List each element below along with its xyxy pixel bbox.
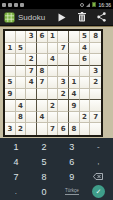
- cell-r7c6[interactable]: [58, 100, 69, 112]
- cell-r3c7[interactable]: [69, 54, 80, 66]
- cell-r5c1[interactable]: 5: [5, 77, 16, 89]
- cell-r6c8[interactable]: [80, 89, 91, 101]
- cell-r4c3[interactable]: 7: [26, 66, 37, 78]
- cell-r2c3[interactable]: [26, 43, 37, 55]
- enter-key[interactable]: ✓: [86, 184, 111, 199]
- cell-r7c5[interactable]: 2: [48, 100, 59, 112]
- cell-r8c4[interactable]: 4: [37, 112, 48, 124]
- cell-r8c6[interactable]: [58, 112, 69, 124]
- signal-icon: [86, 3, 90, 7]
- notification-icons: [2, 3, 24, 7]
- cell-r5c5[interactable]: [48, 77, 59, 89]
- cell-r2c5[interactable]: [48, 43, 59, 55]
- notification-icon-4: [20, 3, 24, 7]
- cell-r2c2[interactable]: 5: [16, 43, 27, 55]
- share-button[interactable]: [96, 12, 107, 23]
- space-language-key[interactable]: Türkçe: [58, 184, 86, 199]
- cell-r1c1[interactable]: [5, 31, 16, 43]
- cell-r9c6[interactable]: 6: [58, 123, 69, 135]
- cell-r1c3[interactable]: 3: [26, 31, 37, 43]
- key-5[interactable]: 5: [30, 154, 58, 169]
- cell-r7c9[interactable]: [90, 100, 101, 112]
- key-0[interactable]: 0: [30, 184, 58, 199]
- cell-r6c5[interactable]: [48, 89, 59, 101]
- key-7[interactable]: 7: [2, 169, 30, 184]
- key-symbol-label: .: [15, 187, 17, 196]
- battery-icon: [92, 2, 96, 7]
- key-symbol-label: ,: [97, 157, 99, 166]
- cell-r6c6[interactable]: 2: [58, 89, 69, 101]
- cell-r2c4[interactable]: [37, 43, 48, 55]
- cell-r6c9[interactable]: [90, 89, 101, 101]
- cell-r5c3[interactable]: 4: [26, 77, 37, 89]
- cell-r3c6[interactable]: [58, 54, 69, 66]
- cell-r7c3[interactable]: [26, 100, 37, 112]
- backspace-key[interactable]: [86, 169, 111, 184]
- cell-r1c7[interactable]: [69, 31, 80, 43]
- key-3[interactable]: 3: [58, 139, 86, 154]
- cell-r9c9[interactable]: [90, 123, 101, 135]
- cell-r5c9[interactable]: 2: [90, 77, 101, 89]
- cell-r9c1[interactable]: 3: [5, 123, 16, 135]
- cell-r8c9[interactable]: 7: [90, 112, 101, 124]
- cell-r3c4[interactable]: [37, 54, 48, 66]
- sudoku-app-icon: [4, 12, 15, 23]
- status-bar: 16:36: [0, 0, 113, 9]
- cell-r1c6[interactable]: [58, 31, 69, 43]
- key-8[interactable]: 8: [30, 169, 58, 184]
- cell-r7c2[interactable]: 4: [16, 100, 27, 112]
- action-bar: Sudoku: [0, 9, 113, 26]
- cell-r2c1[interactable]: 1: [5, 43, 16, 55]
- cell-r3c1[interactable]: [5, 54, 16, 66]
- key-6[interactable]: 6: [58, 154, 86, 169]
- cell-r1c8[interactable]: 5: [80, 31, 91, 43]
- cell-r6c3[interactable]: [26, 89, 37, 101]
- cell-r4c8[interactable]: [80, 66, 91, 78]
- cell-r4c9[interactable]: 3: [90, 66, 101, 78]
- alarm-icon: [80, 3, 84, 7]
- page-title: Sudoku: [18, 13, 45, 22]
- cell-r8c2[interactable]: 8: [16, 112, 27, 124]
- cell-r9c7[interactable]: 8: [69, 123, 80, 135]
- cell-r5c2[interactable]: [16, 77, 27, 89]
- cell-r6c1[interactable]: 9: [5, 89, 16, 101]
- share-icon: [97, 12, 106, 22]
- language-label: Türkçe: [65, 188, 79, 193]
- key-9[interactable]: 9: [58, 169, 86, 184]
- spacebar-underline: [65, 194, 79, 195]
- cell-r4c5[interactable]: [48, 66, 59, 78]
- play-icon: [58, 13, 66, 22]
- cell-r8c8[interactable]: 2: [80, 112, 91, 124]
- cell-r8c7[interactable]: [69, 112, 80, 124]
- cell-r6c4[interactable]: [37, 89, 48, 101]
- cell-r9c3[interactable]: [26, 123, 37, 135]
- cell-r4c6[interactable]: [58, 66, 69, 78]
- cell-r3c2[interactable]: [16, 54, 27, 66]
- board-area: 361581574246783547312924429842732768: [0, 26, 113, 138]
- cell-r5c4[interactable]: 7: [37, 77, 48, 89]
- cell-r4c1[interactable]: [5, 66, 16, 78]
- cell-r9c4[interactable]: [37, 123, 48, 135]
- cell-r2c9[interactable]: [90, 43, 101, 55]
- cell-r9c5[interactable]: 7: [48, 123, 59, 135]
- cell-r3c5[interactable]: 4: [48, 54, 59, 66]
- cell-r9c8[interactable]: [80, 123, 91, 135]
- cell-r1c5[interactable]: 1: [48, 31, 59, 43]
- cell-r5c6[interactable]: 3: [58, 77, 69, 89]
- cell-r2c8[interactable]: 4: [80, 43, 91, 55]
- cell-r4c4[interactable]: 8: [37, 66, 48, 78]
- delete-button[interactable]: [76, 12, 87, 23]
- cell-r5c7[interactable]: 1: [69, 77, 80, 89]
- cell-r2c6[interactable]: 7: [58, 43, 69, 55]
- key-symbol-label: -: [97, 142, 100, 151]
- cell-r3c9[interactable]: [90, 54, 101, 66]
- cell-r6c7[interactable]: 4: [69, 89, 80, 101]
- cell-r5c8[interactable]: [80, 77, 91, 89]
- cell-r2c7[interactable]: [69, 43, 80, 55]
- notification-icon-2: [8, 3, 12, 7]
- cell-r4c7[interactable]: [69, 66, 80, 78]
- cell-r8c1[interactable]: [5, 112, 16, 124]
- cell-r1c9[interactable]: 8: [90, 31, 101, 43]
- cell-r6c2[interactable]: [16, 89, 27, 101]
- key-comma[interactable]: ,: [86, 154, 111, 169]
- key-4[interactable]: 4: [2, 154, 30, 169]
- cell-r3c8[interactable]: 6: [80, 54, 91, 66]
- numeric-keyboard: 123-456,789.0Türkçe✓: [0, 138, 113, 200]
- key-minus[interactable]: -: [86, 139, 111, 154]
- enter-check-icon: ✓: [92, 185, 105, 198]
- backspace-icon: [93, 173, 103, 180]
- sudoku-board[interactable]: 361581574246783547312924429842732768: [3, 29, 103, 137]
- key-period[interactable]: .: [2, 184, 30, 199]
- notification-icon-1: [2, 3, 6, 7]
- cell-r7c7[interactable]: 9: [69, 100, 80, 112]
- cell-r9c2[interactable]: 2: [16, 123, 27, 135]
- cell-r8c3[interactable]: [26, 112, 37, 124]
- key-1[interactable]: 1: [2, 139, 30, 154]
- cell-r3c3[interactable]: 2: [26, 54, 37, 66]
- cell-r8c5[interactable]: [48, 112, 59, 124]
- trash-icon: [78, 12, 86, 22]
- key-2[interactable]: 2: [30, 139, 58, 154]
- cell-r4c2[interactable]: [16, 66, 27, 78]
- cell-r1c2[interactable]: [16, 31, 27, 43]
- cell-r7c8[interactable]: [80, 100, 91, 112]
- cell-r7c4[interactable]: [37, 100, 48, 112]
- clock-text: 16:36: [98, 2, 111, 8]
- notification-icon-3: [14, 3, 18, 7]
- play-button[interactable]: [56, 12, 67, 23]
- cell-r1c4[interactable]: 6: [37, 31, 48, 43]
- cell-r7c1[interactable]: [5, 100, 16, 112]
